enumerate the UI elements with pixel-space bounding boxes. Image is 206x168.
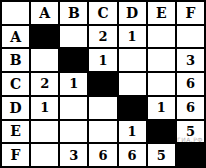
- row-header-E: E: [2, 121, 29, 143]
- cell-E-D: 1: [119, 121, 146, 143]
- cell-F-B: 3: [60, 144, 87, 166]
- cell-C-D: [119, 73, 146, 95]
- cell-F-F: [177, 144, 204, 166]
- cell-A-E: [148, 26, 175, 48]
- cell-D-D: [119, 97, 146, 119]
- row-header-D: D: [2, 97, 29, 119]
- distance-table-grid: A B C D E F A 2 1 B 1 3 C 2 1 6 D 1: [0, 0, 206, 168]
- cell-B-B: [60, 49, 87, 71]
- row-header-F: F: [2, 144, 29, 166]
- cell-C-B: 1: [60, 73, 87, 95]
- col-header-A: A: [31, 2, 58, 24]
- corner-cell: [2, 2, 29, 24]
- cell-C-A: 2: [31, 73, 58, 95]
- cell-D-E: 1: [148, 97, 175, 119]
- cell-F-E: 5: [148, 144, 175, 166]
- cell-B-A: [31, 49, 58, 71]
- col-header-D: D: [119, 2, 146, 24]
- cell-E-C: [89, 121, 116, 143]
- distance-table-wrap: A B C D E F A 2 1 B 1 3 C 2 1 6 D 1: [0, 0, 206, 168]
- row-header-C: C: [2, 73, 29, 95]
- cell-F-C: 6: [89, 144, 116, 166]
- cell-B-F: 3: [177, 49, 204, 71]
- cell-E-A: [31, 121, 58, 143]
- row-header-B: B: [2, 49, 29, 71]
- cell-A-B: [60, 26, 87, 48]
- cell-F-A: [31, 144, 58, 166]
- cell-E-F: 5: [177, 121, 204, 143]
- cell-E-E: [148, 121, 175, 143]
- col-header-C: C: [89, 2, 116, 24]
- cell-D-C: [89, 97, 116, 119]
- row-header-A: A: [2, 26, 29, 48]
- cell-A-D: 1: [119, 26, 146, 48]
- cell-C-F: 6: [177, 73, 204, 95]
- col-header-F: F: [177, 2, 204, 24]
- cell-D-B: [60, 97, 87, 119]
- cell-C-C: [89, 73, 116, 95]
- col-header-E: E: [148, 2, 175, 24]
- col-header-B: B: [60, 2, 87, 24]
- cell-D-F: 6: [177, 97, 204, 119]
- cell-F-D: 6: [119, 144, 146, 166]
- cell-D-A: 1: [31, 97, 58, 119]
- cell-A-F: [177, 26, 204, 48]
- cell-B-E: [148, 49, 175, 71]
- cell-B-C: 1: [89, 49, 116, 71]
- cell-A-C: 2: [89, 26, 116, 48]
- cell-E-B: [60, 121, 87, 143]
- cell-A-A: [31, 26, 58, 48]
- cell-C-E: [148, 73, 175, 95]
- cell-B-D: [119, 49, 146, 71]
